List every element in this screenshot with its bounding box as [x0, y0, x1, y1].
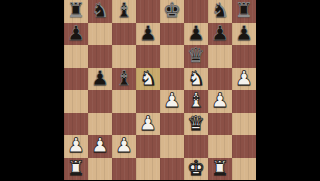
square-f5[interactable]: ♞ — [184, 68, 208, 91]
white-pawn-piece[interactable]: ♟ — [91, 135, 109, 155]
white-pawn-piece[interactable]: ♟ — [67, 135, 85, 155]
square-g6[interactable] — [208, 45, 232, 68]
square-g3[interactable] — [208, 113, 232, 136]
square-e8[interactable]: ♚ — [160, 0, 184, 23]
square-f2[interactable] — [184, 135, 208, 158]
square-a2[interactable]: ♟ — [64, 135, 88, 158]
square-c4[interactable] — [112, 90, 136, 113]
square-h7[interactable]: ♟ — [232, 23, 256, 46]
square-e5[interactable] — [160, 68, 184, 91]
square-e6[interactable] — [160, 45, 184, 68]
square-a3[interactable] — [64, 113, 88, 136]
black-bishop-piece[interactable]: ♝ — [115, 68, 133, 88]
white-queen-piece[interactable]: ♛ — [187, 113, 205, 133]
square-e7[interactable] — [160, 23, 184, 46]
square-a4[interactable] — [64, 90, 88, 113]
square-d6[interactable] — [136, 45, 160, 68]
white-pawn-piece[interactable]: ♟ — [115, 135, 133, 155]
square-g4[interactable]: ♟ — [208, 90, 232, 113]
square-d3[interactable]: ♟ — [136, 113, 160, 136]
square-g1[interactable]: ♜ — [208, 158, 232, 181]
black-pawn-piece[interactable]: ♟ — [91, 68, 109, 88]
square-d8[interactable] — [136, 0, 160, 23]
black-rook-piece[interactable]: ♜ — [235, 0, 253, 20]
black-rook-piece[interactable]: ♜ — [67, 0, 85, 20]
square-c7[interactable] — [112, 23, 136, 46]
square-f1[interactable]: ♚ — [184, 158, 208, 181]
square-c8[interactable]: ♝ — [112, 0, 136, 23]
square-b5[interactable]: ♟ — [88, 68, 112, 91]
square-a1[interactable]: ♜ — [64, 158, 88, 181]
square-d7[interactable]: ♟ — [136, 23, 160, 46]
square-b7[interactable] — [88, 23, 112, 46]
square-g5[interactable] — [208, 68, 232, 91]
white-pawn-piece[interactable]: ♟ — [211, 90, 229, 110]
square-h4[interactable] — [232, 90, 256, 113]
white-pawn-piece[interactable]: ♟ — [235, 68, 253, 88]
square-b3[interactable] — [88, 113, 112, 136]
black-pawn-piece[interactable]: ♟ — [67, 23, 85, 43]
right-letterbox-bar — [256, 0, 320, 180]
square-c2[interactable]: ♟ — [112, 135, 136, 158]
black-king-piece[interactable]: ♚ — [163, 0, 181, 20]
square-g8[interactable]: ♞ — [208, 0, 232, 23]
chess-app: ♜♞♝♚♞♜♟♟♟♟♟♛♟♝♞♞♟♟♝♟♟♛♟♟♟♜♚♜ — [0, 0, 320, 180]
white-king-piece[interactable]: ♚ — [187, 158, 205, 178]
black-knight-piece[interactable]: ♞ — [91, 0, 109, 20]
square-b6[interactable] — [88, 45, 112, 68]
square-d5[interactable]: ♞ — [136, 68, 160, 91]
black-bishop-piece[interactable]: ♝ — [115, 0, 133, 20]
square-g7[interactable]: ♟ — [208, 23, 232, 46]
square-g2[interactable] — [208, 135, 232, 158]
square-h3[interactable] — [232, 113, 256, 136]
square-h6[interactable] — [232, 45, 256, 68]
square-f4[interactable]: ♝ — [184, 90, 208, 113]
square-b1[interactable] — [88, 158, 112, 181]
square-e3[interactable] — [160, 113, 184, 136]
black-pawn-piece[interactable]: ♟ — [235, 23, 253, 43]
white-pawn-piece[interactable]: ♟ — [139, 113, 157, 133]
square-e4[interactable]: ♟ — [160, 90, 184, 113]
square-d1[interactable] — [136, 158, 160, 181]
square-h8[interactable]: ♜ — [232, 0, 256, 23]
square-h5[interactable]: ♟ — [232, 68, 256, 91]
white-rook-piece[interactable]: ♜ — [67, 158, 85, 178]
white-pawn-piece[interactable]: ♟ — [163, 90, 181, 110]
square-h1[interactable] — [232, 158, 256, 181]
black-queen-piece[interactable]: ♛ — [187, 45, 205, 65]
square-f3[interactable]: ♛ — [184, 113, 208, 136]
square-e1[interactable] — [160, 158, 184, 181]
black-pawn-piece[interactable]: ♟ — [187, 23, 205, 43]
square-f6[interactable]: ♛ — [184, 45, 208, 68]
square-a5[interactable] — [64, 68, 88, 91]
white-bishop-piece[interactable]: ♝ — [187, 90, 205, 110]
square-a7[interactable]: ♟ — [64, 23, 88, 46]
square-d2[interactable] — [136, 135, 160, 158]
square-a6[interactable] — [64, 45, 88, 68]
chess-board: ♜♞♝♚♞♜♟♟♟♟♟♛♟♝♞♞♟♟♝♟♟♛♟♟♟♜♚♜ — [64, 0, 256, 180]
white-knight-piece[interactable]: ♞ — [139, 68, 157, 88]
square-f8[interactable] — [184, 0, 208, 23]
square-b2[interactable]: ♟ — [88, 135, 112, 158]
square-d4[interactable] — [136, 90, 160, 113]
square-f7[interactable]: ♟ — [184, 23, 208, 46]
square-e2[interactable] — [160, 135, 184, 158]
black-pawn-piece[interactable]: ♟ — [211, 23, 229, 43]
square-c5[interactable]: ♝ — [112, 68, 136, 91]
black-knight-piece[interactable]: ♞ — [211, 0, 229, 20]
square-a8[interactable]: ♜ — [64, 0, 88, 23]
square-h2[interactable] — [232, 135, 256, 158]
white-rook-piece[interactable]: ♜ — [211, 158, 229, 178]
white-knight-piece[interactable]: ♞ — [187, 68, 205, 88]
black-pawn-piece[interactable]: ♟ — [139, 23, 157, 43]
left-letterbox-bar — [0, 0, 64, 180]
square-c1[interactable] — [112, 158, 136, 181]
square-b4[interactable] — [88, 90, 112, 113]
square-c6[interactable] — [112, 45, 136, 68]
square-b8[interactable]: ♞ — [88, 0, 112, 23]
square-c3[interactable] — [112, 113, 136, 136]
